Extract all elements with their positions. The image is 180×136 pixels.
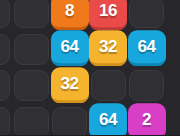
board-cell-r2c4	[129, 70, 164, 101]
board-cell-r0c0	[0, 0, 10, 28]
tile-64[interactable]: 64	[51, 30, 89, 66]
tile-32[interactable]: 32	[51, 67, 89, 103]
tile-32[interactable]: 32	[89, 30, 127, 66]
board-cell-r0c4	[129, 0, 164, 28]
board-cell-r3c2	[52, 107, 87, 136]
board-cell-r3c0	[0, 107, 10, 136]
board-cell-r0c2: 8	[52, 0, 87, 28]
tile-16[interactable]: 16	[89, 0, 127, 30]
tile-64[interactable]: 64	[89, 103, 127, 135]
tile-number: 64	[99, 111, 117, 128]
tile-8[interactable]: 8	[51, 0, 89, 30]
board-cell-r2c1	[14, 70, 49, 101]
board-cell-r3c1	[14, 107, 49, 136]
game-screen: 81664326432642	[0, 0, 180, 135]
tile-number: 8	[65, 2, 74, 19]
tile-number: 32	[61, 75, 79, 92]
tile-number: 32	[99, 38, 117, 55]
board-cell-r1c4: 64	[129, 34, 164, 65]
tile-number: 16	[99, 2, 117, 19]
tile-number: 64	[138, 38, 156, 55]
board-cell-r2c2: 32	[52, 70, 87, 101]
game-board[interactable]: 81664326432642	[0, 0, 164, 135]
board-cell-r2c3	[91, 70, 126, 101]
tile-2[interactable]: 2	[128, 103, 166, 135]
board-cell-r1c3: 32	[91, 34, 126, 65]
tile-64[interactable]: 64	[128, 30, 166, 66]
tile-number: 2	[142, 111, 151, 128]
board-cell-r1c2: 64	[52, 34, 87, 65]
board-cell-r3c3: 64	[91, 107, 126, 136]
board-cell-r0c3: 16	[91, 0, 126, 28]
tile-number: 64	[61, 38, 79, 55]
board-cell-r1c1	[14, 34, 49, 65]
board-cell-r1c0	[0, 34, 10, 65]
board-cell-r2c0	[0, 70, 10, 101]
board-cell-r0c1	[14, 0, 49, 28]
board-cell-r3c4: 2	[129, 107, 164, 136]
